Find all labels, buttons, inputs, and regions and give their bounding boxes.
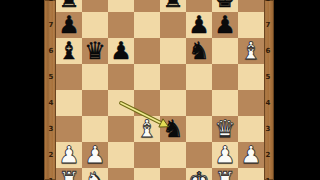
square-c8: [108, 0, 134, 12]
square-c5: [108, 64, 134, 90]
rank-label-right-5: 5: [263, 73, 273, 82]
square-h7: [238, 12, 264, 38]
square-f7: ♟: [186, 12, 212, 38]
square-g6: [212, 38, 238, 64]
square-c1: [108, 168, 134, 180]
square-f6: ♞: [186, 38, 212, 64]
rank-label-left-8: 8: [46, 0, 56, 4]
piece-white-pawn-h2: ♟: [238, 142, 264, 168]
square-e3: ♞: [160, 116, 186, 142]
square-h1: [238, 168, 264, 180]
rank-label-right-4: 4: [263, 99, 273, 108]
square-e1: [160, 168, 186, 180]
square-a5: [56, 64, 82, 90]
square-a7: ♟: [56, 12, 82, 38]
rank-label-left-3: 3: [46, 125, 56, 134]
piece-white-pawn-b2: ♟: [82, 142, 108, 168]
square-b7: [82, 12, 108, 38]
square-a6: ♝: [56, 38, 82, 64]
square-f8: [186, 0, 212, 12]
piece-white-bishop-h6: ♝: [238, 38, 264, 64]
square-b6: ♛: [82, 38, 108, 64]
piece-black-pawn-g7: ♟: [212, 12, 238, 38]
square-g7: ♟: [212, 12, 238, 38]
square-f3: [186, 116, 212, 142]
chess-board: ♜♜♚♟♟♟♝♛♟♞♝♝♞♛♟♟♟♟♜♞♚♜: [56, 0, 264, 180]
rank-label-left-1: 1: [46, 177, 56, 180]
square-e4: [160, 90, 186, 116]
piece-white-pawn-a2: ♟: [56, 142, 82, 168]
rank-label-right-6: 6: [263, 47, 273, 56]
piece-white-rook-g1: ♜: [212, 168, 238, 180]
piece-white-queen-g3: ♛: [212, 116, 238, 142]
square-b4: [82, 90, 108, 116]
piece-black-knight-f6: ♞: [186, 38, 212, 64]
square-h6: ♝: [238, 38, 264, 64]
rank-label-left-7: 7: [46, 21, 56, 30]
square-e2: [160, 142, 186, 168]
piece-white-rook-a1: ♜: [56, 168, 82, 180]
square-g1: ♜: [212, 168, 238, 180]
square-e7: [160, 12, 186, 38]
square-b3: [82, 116, 108, 142]
piece-black-pawn-a7: ♟: [56, 12, 82, 38]
rank-label-right-7: 7: [263, 21, 273, 30]
piece-black-pawn-c6: ♟: [108, 38, 134, 64]
square-e6: [160, 38, 186, 64]
piece-black-queen-b6: ♛: [82, 38, 108, 64]
square-b5: [82, 64, 108, 90]
square-d7: [134, 12, 160, 38]
square-d8: [134, 0, 160, 12]
square-a3: [56, 116, 82, 142]
square-g3: ♛: [212, 116, 238, 142]
square-d2: [134, 142, 160, 168]
square-e8: ♜: [160, 0, 186, 12]
rank-label-right-2: 2: [263, 151, 273, 160]
square-h4: [238, 90, 264, 116]
piece-black-king-g8: ♚: [212, 0, 238, 12]
rank-label-right-3: 3: [263, 125, 273, 134]
square-a1: ♜: [56, 168, 82, 180]
square-b1: ♞: [82, 168, 108, 180]
piece-black-pawn-f7: ♟: [186, 12, 212, 38]
square-c2: [108, 142, 134, 168]
square-h2: ♟: [238, 142, 264, 168]
square-d1: [134, 168, 160, 180]
piece-black-rook-e8: ♜: [160, 0, 186, 12]
square-g8: ♚: [212, 0, 238, 12]
square-g4: [212, 90, 238, 116]
square-b8: [82, 0, 108, 12]
square-d6: [134, 38, 160, 64]
piece-black-rook-a8: ♜: [56, 0, 82, 12]
rank-label-left-5: 5: [46, 73, 56, 82]
square-a2: ♟: [56, 142, 82, 168]
square-c6: ♟: [108, 38, 134, 64]
piece-white-pawn-g2: ♟: [212, 142, 238, 168]
square-g5: [212, 64, 238, 90]
piece-white-knight-b1: ♞: [82, 168, 108, 180]
square-g2: ♟: [212, 142, 238, 168]
square-f5: [186, 64, 212, 90]
rank-label-left-6: 6: [46, 47, 56, 56]
piece-white-bishop-d3: ♝: [134, 116, 160, 142]
square-d5: [134, 64, 160, 90]
square-d4: [134, 90, 160, 116]
piece-black-knight-e3: ♞: [160, 116, 186, 142]
square-c7: [108, 12, 134, 38]
square-h8: [238, 0, 264, 12]
rank-label-right-8: 8: [263, 0, 273, 4]
piece-black-bishop-a6: ♝: [56, 38, 82, 64]
piece-white-king-f1: ♚: [186, 168, 212, 180]
square-h3: [238, 116, 264, 142]
square-b2: ♟: [82, 142, 108, 168]
square-a8: ♜: [56, 0, 82, 12]
square-f1: ♚: [186, 168, 212, 180]
square-f4: [186, 90, 212, 116]
square-d3: ♝: [134, 116, 160, 142]
square-h5: [238, 64, 264, 90]
square-e5: [160, 64, 186, 90]
square-f2: [186, 142, 212, 168]
square-c4: [108, 90, 134, 116]
rank-label-left-2: 2: [46, 151, 56, 160]
square-c3: [108, 116, 134, 142]
rank-label-right-1: 1: [263, 177, 273, 180]
square-a4: [56, 90, 82, 116]
rank-label-left-4: 4: [46, 99, 56, 108]
chess-diagram: 8877665544332211 ♜♜♚♟♟♟♝♛♟♞♝♝♞♛♟♟♟♟♜♞♚♜: [0, 0, 320, 180]
